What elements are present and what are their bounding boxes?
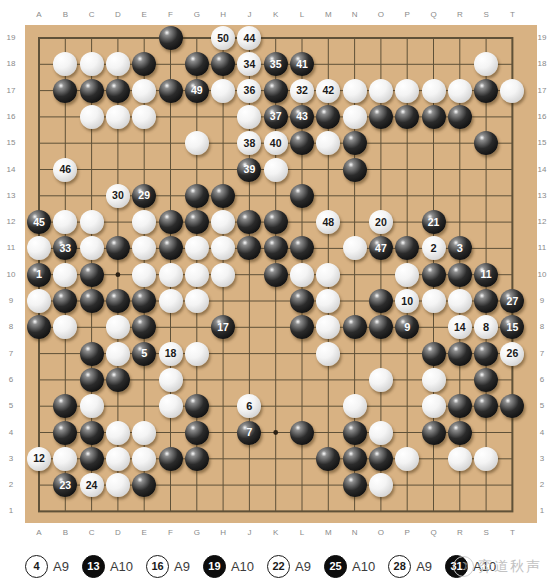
go-stone-S7 <box>474 342 498 366</box>
go-stone-J11 <box>237 236 261 260</box>
go-stone-M3 <box>316 447 340 471</box>
legend-coordinate: A9 <box>174 559 190 574</box>
coord-letter-bottom-A: A <box>36 529 41 537</box>
go-stone-E2 <box>132 473 156 497</box>
go-stone-N2 <box>343 473 367 497</box>
coord-letter-top-L: L <box>300 11 304 19</box>
go-stone-L9 <box>290 289 314 313</box>
go-stone-G17: 49 <box>185 79 209 103</box>
go-stone-C10 <box>80 263 104 287</box>
move-number: 17 <box>217 322 229 333</box>
legend-move-28: 28 <box>388 555 411 578</box>
move-number: 30 <box>112 190 124 201</box>
go-stone-N14 <box>343 158 367 182</box>
go-stone-G3 <box>185 447 209 471</box>
go-stone-P10 <box>395 263 419 287</box>
go-stone-N8 <box>343 315 367 339</box>
go-stone-G4 <box>185 421 209 445</box>
go-stone-H18 <box>211 52 235 76</box>
go-stone-L4 <box>290 421 314 445</box>
go-stone-D13: 30 <box>106 184 130 208</box>
coord-letter-top-O: O <box>378 11 384 19</box>
coord-number-left-19: 19 <box>7 34 16 42</box>
move-number: 12 <box>33 453 45 464</box>
coord-number-right-12: 12 <box>538 218 547 226</box>
coord-letter-top-B: B <box>63 11 68 19</box>
go-stone-F3 <box>159 447 183 471</box>
go-stone-R3 <box>448 447 472 471</box>
go-stone-G15 <box>185 131 209 155</box>
move-number: 20 <box>375 217 387 228</box>
go-stone-L17: 32 <box>290 79 314 103</box>
go-stone-H8: 17 <box>211 315 235 339</box>
move-number: 39 <box>244 164 256 175</box>
go-stone-R5 <box>448 394 472 418</box>
coord-number-left-6: 6 <box>9 376 13 384</box>
coord-letter-bottom-G: G <box>194 529 200 537</box>
go-stone-S6 <box>474 368 498 392</box>
go-stone-R11: 3 <box>448 236 472 260</box>
go-stone-A11 <box>27 236 51 260</box>
move-number: 6 <box>246 401 252 412</box>
go-stone-R9 <box>448 289 472 313</box>
go-stone-O4 <box>369 421 393 445</box>
go-stone-M12: 48 <box>316 210 340 234</box>
go-stone-S5 <box>474 394 498 418</box>
go-stone-R10 <box>448 263 472 287</box>
go-stone-C17 <box>80 79 104 103</box>
go-stone-B9 <box>53 289 77 313</box>
move-number: 7 <box>246 427 252 438</box>
go-stone-T8: 15 <box>500 315 524 339</box>
move-number: 11 <box>481 269 492 280</box>
move-number: 2 <box>430 243 436 254</box>
go-stone-F9 <box>159 289 183 313</box>
go-stone-S18 <box>474 52 498 76</box>
go-stone-D11 <box>106 236 130 260</box>
go-stone-K17 <box>264 79 288 103</box>
move-number: 37 <box>270 111 282 122</box>
coord-letter-bottom-J: J <box>247 529 251 537</box>
go-stone-B12 <box>53 210 77 234</box>
go-stone-N11 <box>343 236 367 260</box>
go-stone-P8: 9 <box>395 315 419 339</box>
coord-number-right-3: 3 <box>540 455 544 463</box>
coord-letter-bottom-D: D <box>115 529 121 537</box>
coord-letter-top-R: R <box>457 11 463 19</box>
go-stone-C12 <box>80 210 104 234</box>
move-number: 41 <box>296 59 308 70</box>
watermark-text: 弈道秋声 <box>478 558 542 576</box>
move-number: 50 <box>217 33 229 44</box>
coord-number-left-14: 14 <box>7 166 16 174</box>
go-stone-B10 <box>53 263 77 287</box>
go-stone-L11 <box>290 236 314 260</box>
legend-move-16: 16 <box>146 555 169 578</box>
coord-letter-top-S: S <box>483 11 488 19</box>
go-stone-J19: 44 <box>237 26 261 50</box>
legend-coordinate: A10 <box>231 559 254 574</box>
coord-letter-bottom-R: R <box>457 529 463 537</box>
go-stone-L10 <box>290 263 314 287</box>
go-stone-C18 <box>80 52 104 76</box>
go-stone-F7: 18 <box>159 342 183 366</box>
go-stone-S10: 11 <box>474 263 498 287</box>
go-stone-S15 <box>474 131 498 155</box>
go-stone-F5 <box>159 394 183 418</box>
go-stone-S8: 8 <box>474 315 498 339</box>
coord-letter-top-K: K <box>273 11 278 19</box>
coord-letter-bottom-L: L <box>300 529 304 537</box>
go-stone-M17: 42 <box>316 79 340 103</box>
coord-letter-top-H: H <box>220 11 226 19</box>
coord-letter-bottom-P: P <box>405 529 410 537</box>
go-stone-F19 <box>159 26 183 50</box>
go-stone-C6 <box>80 368 104 392</box>
go-stone-T5 <box>500 394 524 418</box>
go-stone-F10 <box>159 263 183 287</box>
coord-letter-top-F: F <box>168 11 173 19</box>
coord-number-left-16: 16 <box>7 113 16 121</box>
coord-number-right-7: 7 <box>540 350 544 358</box>
go-stone-E4 <box>132 421 156 445</box>
go-stone-O12: 20 <box>369 210 393 234</box>
coord-letter-bottom-F: F <box>168 529 173 537</box>
go-stone-Q17 <box>422 79 446 103</box>
coord-number-right-14: 14 <box>538 166 547 174</box>
go-stone-B4 <box>53 421 77 445</box>
move-number: 26 <box>507 348 519 359</box>
star-point <box>116 272 121 277</box>
go-stone-B14: 46 <box>53 158 77 182</box>
star-point <box>273 430 278 435</box>
go-stone-Q16 <box>422 105 446 129</box>
move-number: 43 <box>296 111 308 122</box>
coord-number-right-18: 18 <box>538 60 547 68</box>
go-stone-O9 <box>369 289 393 313</box>
go-stone-M7 <box>316 342 340 366</box>
coord-number-left-4: 4 <box>9 429 13 437</box>
coord-letter-bottom-E: E <box>142 529 147 537</box>
coord-number-left-8: 8 <box>9 323 13 331</box>
go-stone-C9 <box>80 289 104 313</box>
move-number: 14 <box>454 322 466 333</box>
go-stone-C16 <box>80 105 104 129</box>
go-stone-D9 <box>106 289 130 313</box>
coord-number-left-12: 12 <box>7 218 16 226</box>
move-number: 27 <box>507 296 519 307</box>
coord-number-right-8: 8 <box>540 323 544 331</box>
go-stone-H12 <box>211 210 235 234</box>
go-stone-D6 <box>106 368 130 392</box>
go-stone-E3 <box>132 447 156 471</box>
move-number: 35 <box>270 59 282 70</box>
go-stone-D3 <box>106 447 130 471</box>
coord-letter-top-M: M <box>325 11 332 19</box>
coord-number-right-13: 13 <box>538 192 547 200</box>
legend-move-25: 25 <box>324 555 347 578</box>
go-stone-D16 <box>106 105 130 129</box>
go-stone-M16 <box>316 105 340 129</box>
go-stone-J12 <box>237 210 261 234</box>
move-number: 21 <box>428 217 440 228</box>
coord-number-right-11: 11 <box>538 244 546 252</box>
go-stone-P17 <box>395 79 419 103</box>
coord-letter-top-A: A <box>36 11 41 19</box>
go-stone-Q11: 2 <box>422 236 446 260</box>
go-stone-O2 <box>369 473 393 497</box>
go-stone-K18: 35 <box>264 52 288 76</box>
go-stone-F17 <box>159 79 183 103</box>
go-stone-O11: 47 <box>369 236 393 260</box>
go-stone-S3 <box>474 447 498 471</box>
go-stone-G5 <box>185 394 209 418</box>
coord-letter-bottom-Q: Q <box>430 529 436 537</box>
move-number: 9 <box>404 322 410 333</box>
go-stone-D8 <box>106 315 130 339</box>
go-stone-B2: 23 <box>53 473 77 497</box>
legend-move-22: 22 <box>267 555 290 578</box>
move-number: 34 <box>244 59 256 70</box>
go-stone-L15 <box>290 131 314 155</box>
move-number: 48 <box>322 217 334 228</box>
legend-coordinate: A9 <box>53 559 69 574</box>
go-stone-D18 <box>106 52 130 76</box>
go-stone-C7 <box>80 342 104 366</box>
go-stone-E18 <box>132 52 156 76</box>
go-stone-N16 <box>343 105 367 129</box>
go-stone-Q4 <box>422 421 446 445</box>
go-stone-Q9 <box>422 289 446 313</box>
go-stone-C2: 24 <box>80 473 104 497</box>
legend-coordinate: A9 <box>416 559 432 574</box>
move-number: 23 <box>59 480 71 491</box>
go-stone-R17 <box>448 79 472 103</box>
go-stone-C3 <box>80 447 104 471</box>
coord-letter-top-J: J <box>247 11 251 19</box>
go-stone-R8: 14 <box>448 315 472 339</box>
move-number: 15 <box>507 322 519 333</box>
coord-number-left-3: 3 <box>9 455 13 463</box>
coord-number-left-7: 7 <box>9 350 13 358</box>
go-stone-K12 <box>264 210 288 234</box>
coord-number-left-15: 15 <box>7 139 16 147</box>
go-stone-D4 <box>106 421 130 445</box>
go-stone-H17 <box>211 79 235 103</box>
move-number: 10 <box>401 296 413 307</box>
move-number: 24 <box>86 480 98 491</box>
go-stone-C5 <box>80 394 104 418</box>
go-stone-A10: 1 <box>27 263 51 287</box>
go-stone-E13: 29 <box>132 184 156 208</box>
go-stone-L18: 41 <box>290 52 314 76</box>
go-stone-N3 <box>343 447 367 471</box>
move-number: 42 <box>322 85 334 96</box>
go-stone-J4: 7 <box>237 421 261 445</box>
legend-move-13: 13 <box>82 555 105 578</box>
go-stone-R16 <box>448 105 472 129</box>
go-stone-A9 <box>27 289 51 313</box>
go-stone-B5 <box>53 394 77 418</box>
go-stone-A8 <box>27 315 51 339</box>
move-number: 49 <box>191 85 203 96</box>
coord-number-right-16: 16 <box>538 113 547 121</box>
go-stone-G12 <box>185 210 209 234</box>
go-stone-J16 <box>237 105 261 129</box>
go-stone-M8 <box>316 315 340 339</box>
go-stone-D2 <box>106 473 130 497</box>
go-stone-B18 <box>53 52 77 76</box>
go-stone-B8 <box>53 315 77 339</box>
go-stone-M15 <box>316 131 340 155</box>
move-number: 29 <box>138 190 150 201</box>
move-number: 46 <box>59 164 71 175</box>
go-stone-J14: 39 <box>237 158 261 182</box>
move-number: 36 <box>244 85 256 96</box>
ko-moves-legend: 4A913A1016A919A1022A925A1028A931A10 <box>25 553 425 579</box>
go-stone-S17 <box>474 79 498 103</box>
move-number: 40 <box>270 138 282 149</box>
go-stone-E10 <box>132 263 156 287</box>
go-stone-G11 <box>185 236 209 260</box>
coord-number-right-9: 9 <box>540 297 544 305</box>
move-number: 8 <box>483 322 489 333</box>
move-number: 5 <box>141 348 147 359</box>
go-stone-B11: 33 <box>53 236 77 260</box>
coord-letter-bottom-O: O <box>378 529 384 537</box>
go-stone-A12: 45 <box>27 210 51 234</box>
move-number: 18 <box>165 348 177 359</box>
coord-letter-top-Q: Q <box>430 11 436 19</box>
coord-number-left-9: 9 <box>9 297 13 305</box>
move-number: 32 <box>296 85 308 96</box>
coord-letter-bottom-N: N <box>352 529 358 537</box>
go-stone-N15 <box>343 131 367 155</box>
go-stone-O8 <box>369 315 393 339</box>
go-stone-S9 <box>474 289 498 313</box>
coord-number-left-5: 5 <box>9 402 13 410</box>
coord-letter-bottom-B: B <box>63 529 68 537</box>
go-diagram-page: 5044343541493632423743384046393029454820… <box>0 0 550 588</box>
go-stone-H19: 50 <box>211 26 235 50</box>
go-stone-J5: 6 <box>237 394 261 418</box>
go-stone-J15: 38 <box>237 131 261 155</box>
go-stone-M9 <box>316 289 340 313</box>
watermark: ☽ 弈道秋声 <box>453 556 542 577</box>
go-board: 5044343541493632423743384046393029454820… <box>25 25 537 523</box>
go-stone-T7: 26 <box>500 342 524 366</box>
coord-letter-top-N: N <box>352 11 358 19</box>
go-stone-R7 <box>448 342 472 366</box>
go-stone-E9 <box>132 289 156 313</box>
go-stone-Q7 <box>422 342 446 366</box>
legend-coordinate: A9 <box>295 559 311 574</box>
go-stone-O16 <box>369 105 393 129</box>
go-stone-L16: 43 <box>290 105 314 129</box>
coord-number-left-11: 11 <box>7 244 15 252</box>
go-stone-D7 <box>106 342 130 366</box>
coord-number-left-2: 2 <box>9 481 13 489</box>
legend-coordinate: A10 <box>352 559 375 574</box>
go-stone-D17 <box>106 79 130 103</box>
go-stone-P16 <box>395 105 419 129</box>
move-number: 44 <box>244 33 256 44</box>
go-stone-O3 <box>369 447 393 471</box>
go-stone-R4 <box>448 421 472 445</box>
go-stone-E12 <box>132 210 156 234</box>
move-number: 47 <box>375 243 387 254</box>
coord-number-right-19: 19 <box>538 34 547 42</box>
go-stone-T9: 27 <box>500 289 524 313</box>
coord-number-right-1: 1 <box>540 507 544 515</box>
coord-letter-bottom-H: H <box>220 529 226 537</box>
coord-number-left-18: 18 <box>7 60 16 68</box>
coord-number-right-4: 4 <box>540 429 544 437</box>
watermark-logo-icon: ☽ <box>453 556 474 577</box>
coord-letter-top-C: C <box>89 11 95 19</box>
go-stone-H10 <box>211 263 235 287</box>
go-stone-E7: 5 <box>132 342 156 366</box>
go-stone-C11 <box>80 236 104 260</box>
go-stone-O17 <box>369 79 393 103</box>
go-stone-F12 <box>159 210 183 234</box>
coord-number-right-6: 6 <box>540 376 544 384</box>
go-stone-K15: 40 <box>264 131 288 155</box>
go-stone-E17 <box>132 79 156 103</box>
move-number: 45 <box>33 217 45 228</box>
coord-number-left-13: 13 <box>7 192 16 200</box>
coord-number-right-17: 17 <box>538 87 547 95</box>
coord-letter-bottom-C: C <box>89 529 95 537</box>
go-stone-L13 <box>290 184 314 208</box>
coord-letter-bottom-T: T <box>510 529 515 537</box>
go-stone-B17 <box>53 79 77 103</box>
legend-coordinate: A10 <box>110 559 133 574</box>
coord-letter-top-P: P <box>405 11 410 19</box>
go-stone-T17 <box>500 79 524 103</box>
go-stone-P11 <box>395 236 419 260</box>
go-stone-A3: 12 <box>27 447 51 471</box>
go-stone-H11 <box>211 236 235 260</box>
go-stone-K16: 37 <box>264 105 288 129</box>
go-stone-G18 <box>185 52 209 76</box>
go-stone-P3 <box>395 447 419 471</box>
coord-number-right-15: 15 <box>538 139 547 147</box>
coord-number-left-17: 17 <box>7 87 16 95</box>
go-stone-C4 <box>80 421 104 445</box>
coord-number-right-2: 2 <box>540 481 544 489</box>
move-number: 33 <box>59 243 71 254</box>
coord-number-right-5: 5 <box>540 402 544 410</box>
go-stone-Q10 <box>422 263 446 287</box>
go-stone-O6 <box>369 368 393 392</box>
go-stone-K11 <box>264 236 288 260</box>
coord-letter-top-G: G <box>194 11 200 19</box>
go-stone-Q6 <box>422 368 446 392</box>
go-stone-E16 <box>132 105 156 129</box>
move-number: 3 <box>457 243 463 254</box>
go-stone-G13 <box>185 184 209 208</box>
go-stone-E8 <box>132 315 156 339</box>
go-stone-N4 <box>343 421 367 445</box>
coord-letter-bottom-S: S <box>483 529 488 537</box>
go-stone-F11 <box>159 236 183 260</box>
coord-letter-top-E: E <box>142 11 147 19</box>
coord-number-left-10: 10 <box>7 271 16 279</box>
go-stone-Q12: 21 <box>422 210 446 234</box>
go-stone-E11 <box>132 236 156 260</box>
go-stone-G7 <box>185 342 209 366</box>
